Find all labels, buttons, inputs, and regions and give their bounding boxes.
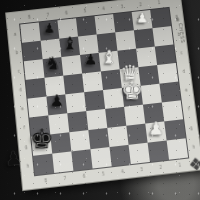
white-pawn-a2[interactable]: ♟	[135, 10, 147, 24]
table-background: ♟♟♝♞♟♝♛♟♚♚♟ ❋ CHESS ❖ 8765432187654321ab…	[0, 0, 200, 200]
captured-black-pawn[interactable]: ♟	[4, 148, 22, 168]
black-bishop-b6[interactable]: ♝	[61, 34, 77, 51]
black-pawn-c5[interactable]: ♟	[83, 52, 97, 67]
white-king-e3[interactable]: ♚	[121, 79, 143, 104]
black-pawn-e7[interactable]: ♟	[49, 93, 64, 109]
black-pawn-a7[interactable]: ♟	[42, 21, 55, 35]
pieces-layer: ♟♟♝♞♟♝♛♟♚♚♟	[6, 0, 200, 190]
white-pawn-g2[interactable]: ♟	[147, 119, 163, 137]
white-bishop-c4[interactable]: ♝	[100, 48, 116, 66]
chess-board: ♟♟♝♞♟♝♛♟♚♚♟ ❋ CHESS ❖ 8765432187654321ab…	[6, 0, 200, 190]
black-knight-c7[interactable]: ♞	[44, 54, 61, 72]
black-king-g8[interactable]: ♚	[29, 126, 53, 153]
